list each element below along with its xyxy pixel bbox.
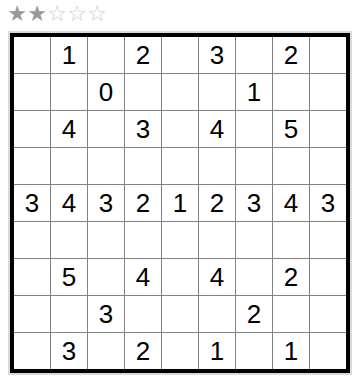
- cell-r5c8: 4: [273, 185, 309, 221]
- cell-r7c9[interactable]: [310, 259, 346, 295]
- cell-r6c4[interactable]: [125, 222, 161, 258]
- cell-r1c8: 2: [273, 37, 309, 73]
- cell-r8c7: 2: [236, 296, 272, 332]
- cell-r6c1[interactable]: [14, 222, 50, 258]
- star-filled-icon: ★: [7, 1, 27, 27]
- cell-r9c1[interactable]: [14, 333, 50, 369]
- cell-r7c1[interactable]: [14, 259, 50, 295]
- cell-r3c3[interactable]: [88, 111, 124, 147]
- cell-r9c4: 2: [125, 333, 161, 369]
- cell-r5c2: 4: [51, 185, 87, 221]
- cell-r2c9[interactable]: [310, 74, 346, 110]
- cell-r3c4: 3: [125, 111, 161, 147]
- cell-r3c8: 5: [273, 111, 309, 147]
- cell-r1c5[interactable]: [162, 37, 198, 73]
- cell-r2c3: 0: [88, 74, 124, 110]
- cell-r2c5[interactable]: [162, 74, 198, 110]
- cell-r8c9[interactable]: [310, 296, 346, 332]
- cell-r3c9[interactable]: [310, 111, 346, 147]
- cell-r4c1[interactable]: [14, 148, 50, 184]
- cell-r4c8[interactable]: [273, 148, 309, 184]
- star-empty-icon: ☆: [87, 1, 107, 27]
- cell-r3c5[interactable]: [162, 111, 198, 147]
- cell-r6c8[interactable]: [273, 222, 309, 258]
- cell-r9c8: 1: [273, 333, 309, 369]
- cell-r4c5[interactable]: [162, 148, 198, 184]
- cell-r7c8: 2: [273, 259, 309, 295]
- cell-r3c6: 4: [199, 111, 235, 147]
- cell-r4c2[interactable]: [51, 148, 87, 184]
- cell-r1c3[interactable]: [88, 37, 124, 73]
- cell-r8c8[interactable]: [273, 296, 309, 332]
- cell-r6c6[interactable]: [199, 222, 235, 258]
- cell-r1c6: 3: [199, 37, 235, 73]
- cell-r5c6: 2: [199, 185, 235, 221]
- cell-r8c3: 3: [88, 296, 124, 332]
- cell-r1c9[interactable]: [310, 37, 346, 73]
- cell-r6c2[interactable]: [51, 222, 87, 258]
- cell-r5c7: 3: [236, 185, 272, 221]
- cell-r3c7[interactable]: [236, 111, 272, 147]
- cell-r6c5[interactable]: [162, 222, 198, 258]
- cell-r1c1[interactable]: [14, 37, 50, 73]
- cell-r5c3: 3: [88, 185, 124, 221]
- cell-r4c6[interactable]: [199, 148, 235, 184]
- cell-r4c7[interactable]: [236, 148, 272, 184]
- cell-r2c2[interactable]: [51, 74, 87, 110]
- cell-r2c4[interactable]: [125, 74, 161, 110]
- cell-r4c4[interactable]: [125, 148, 161, 184]
- cell-r2c8[interactable]: [273, 74, 309, 110]
- cell-r8c2[interactable]: [51, 296, 87, 332]
- cell-r7c6: 4: [199, 259, 235, 295]
- cell-r6c3[interactable]: [88, 222, 124, 258]
- cell-r7c2: 5: [51, 259, 87, 295]
- star-empty-icon: ☆: [47, 1, 67, 27]
- puzzle-page: ★★☆☆☆ 12320143453432123435442323211: [0, 0, 356, 379]
- cell-r3c2: 4: [51, 111, 87, 147]
- cell-r2c6[interactable]: [199, 74, 235, 110]
- cell-r6c7[interactable]: [236, 222, 272, 258]
- cell-r1c2: 1: [51, 37, 87, 73]
- cell-r5c1: 3: [14, 185, 50, 221]
- cell-r4c3[interactable]: [88, 148, 124, 184]
- difficulty-rating: ★★☆☆☆: [7, 1, 107, 27]
- cell-r3c1[interactable]: [14, 111, 50, 147]
- cell-r2c7: 1: [236, 74, 272, 110]
- cell-r9c2: 3: [51, 333, 87, 369]
- cell-r7c4: 4: [125, 259, 161, 295]
- cell-r9c9[interactable]: [310, 333, 346, 369]
- cell-r4c9[interactable]: [310, 148, 346, 184]
- cell-r1c4: 2: [125, 37, 161, 73]
- puzzle-board: 12320143453432123435442323211: [10, 33, 350, 373]
- cell-r7c3[interactable]: [88, 259, 124, 295]
- cell-r7c7[interactable]: [236, 259, 272, 295]
- cell-r8c5[interactable]: [162, 296, 198, 332]
- cell-r9c7[interactable]: [236, 333, 272, 369]
- cell-r5c9: 3: [310, 185, 346, 221]
- cell-r5c5: 1: [162, 185, 198, 221]
- cell-r1c7[interactable]: [236, 37, 272, 73]
- cell-r5c4: 2: [125, 185, 161, 221]
- cell-r8c4[interactable]: [125, 296, 161, 332]
- star-empty-icon: ☆: [67, 1, 87, 27]
- cell-r2c1[interactable]: [14, 74, 50, 110]
- cell-r8c6[interactable]: [199, 296, 235, 332]
- cell-r6c9[interactable]: [310, 222, 346, 258]
- cell-r7c5[interactable]: [162, 259, 198, 295]
- cell-r9c6: 1: [199, 333, 235, 369]
- cell-r8c1[interactable]: [14, 296, 50, 332]
- cell-r9c5[interactable]: [162, 333, 198, 369]
- cell-r9c3[interactable]: [88, 333, 124, 369]
- star-filled-icon: ★: [27, 1, 47, 27]
